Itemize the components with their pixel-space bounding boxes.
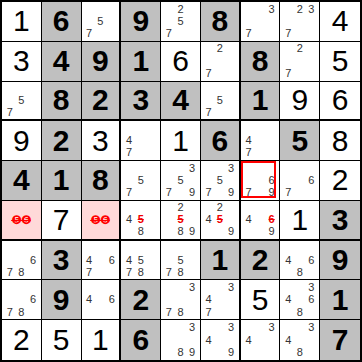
given-digit: 1 (320, 280, 360, 319)
candidate-5: 5 (175, 174, 187, 186)
solved-digit: 9 (2, 121, 41, 160)
cell-r7c4[interactable]: 4578 (121, 241, 161, 281)
cell-r4c6[interactable]: 6 (201, 121, 241, 161)
candidate-5: 5 (135, 174, 147, 186)
candidate-8: 8 (175, 306, 187, 318)
cell-r8c1[interactable]: 678 (2, 280, 42, 320)
candidate-7: 7 (243, 28, 255, 40)
given-digit: 6 (121, 320, 160, 360)
given-digit: 5 (280, 121, 319, 160)
cell-r5c3[interactable]: 8 (82, 161, 122, 201)
candidate-7: 7 (243, 147, 255, 159)
candidate-4: 4 (282, 334, 294, 347)
cell-r8c5[interactable]: 378 (161, 280, 201, 320)
solved-digit: 8 (320, 121, 360, 160)
given-digit: 1 (121, 42, 160, 81)
cell-r6c8[interactable]: 1 (280, 201, 320, 241)
pencil-marks: 47 (241, 121, 280, 160)
candidate-5: 5 (175, 15, 187, 27)
cell-r3c2[interactable]: 8 (42, 82, 82, 122)
candidate-3: 3 (266, 3, 278, 15)
cell-r3c6[interactable]: 57 (201, 82, 241, 122)
pencil-marks: 468 (280, 241, 319, 280)
pencil-marks: 3468 (280, 280, 319, 319)
candidate-9: 9 (186, 346, 198, 359)
pencil-marks: 27 (201, 42, 239, 81)
candidate-7: 7 (163, 266, 175, 278)
cell-r6c6[interactable]: 2459 (201, 201, 241, 241)
pencil-marks: 469 (241, 201, 280, 239)
given-digit: 2 (82, 82, 120, 120)
candidate-4: 4 (243, 135, 255, 147)
candidate-7: 7 (203, 187, 214, 199)
pencil-marks: 47 (121, 121, 160, 160)
given-digit: 9 (320, 241, 360, 280)
solved-digit: 1 (2, 2, 41, 41)
cell-r7c8[interactable]: 468 (280, 241, 320, 281)
candidate-5: 5 (214, 174, 225, 186)
candidate-9: 9 (225, 187, 236, 199)
given-digit: 6 (201, 121, 239, 160)
candidate-7: 7 (282, 28, 294, 40)
pencil-marks: 57 (2, 82, 41, 120)
cell-r9c5[interactable]: 389 (161, 320, 201, 360)
solved-digit: 2 (2, 320, 41, 360)
given-digit: 1 (42, 161, 81, 200)
cell-r5c7[interactable]: 679 (241, 161, 281, 201)
candidate-9: 9 (225, 226, 236, 238)
cell-r9c2[interactable]: 5 (42, 320, 82, 360)
solved-digit: 6 (320, 82, 360, 120)
cell-r2c9[interactable]: 5 (320, 42, 360, 82)
candidate-8: 8 (175, 346, 187, 359)
cell-r7c1[interactable]: 678 (2, 241, 42, 281)
candidate-3: 3 (225, 321, 236, 334)
candidate-5: 5 (135, 254, 147, 266)
cell-r6c7[interactable]: 469 (241, 201, 281, 241)
cell-r7c2[interactable]: 3 (42, 241, 82, 281)
given-digit: 4 (2, 161, 41, 200)
pencil-marks: 349 (201, 320, 239, 360)
cell-r2c7[interactable]: 8 (241, 42, 281, 82)
pencil-marks: 3579 (161, 161, 200, 200)
candidate-4: 4 (243, 334, 255, 347)
candidate-4: 4 (84, 254, 95, 266)
candidate-9: 9 (186, 187, 198, 199)
pencil-marks: 57 (82, 2, 120, 41)
candidate-6: 6 (106, 254, 117, 266)
cell-r2c5[interactable]: 6 (161, 42, 201, 82)
pair-digits-5-6-circled: ❺❻ (90, 214, 111, 226)
candidate-3: 3 (266, 321, 278, 334)
candidate-3: 3 (186, 162, 198, 174)
pencil-marks: 678 (2, 241, 41, 280)
cell-r1c2[interactable]: 6 (42, 2, 82, 42)
cell-r5c4[interactable]: 57 (121, 161, 161, 201)
candidate-4: 4 (282, 294, 294, 306)
given-digit: 4 (161, 82, 200, 120)
candidate-7: 7 (123, 187, 135, 199)
candidate-7: 7 (282, 67, 294, 79)
pencil-marks: 578 (161, 241, 200, 280)
candidate-5: 5 (175, 254, 187, 266)
candidate-4: 4 (203, 334, 214, 347)
given-digit: 1 (201, 241, 239, 280)
candidate-5: 5 (214, 94, 225, 106)
candidate-8: 8 (294, 346, 306, 359)
given-digit: 1 (241, 82, 280, 120)
naked-pair-cell-content: ❺❻ (82, 201, 120, 239)
pencil-marks: 467 (82, 241, 120, 280)
pencil-marks: 389 (161, 320, 200, 360)
candidate-8: 8 (135, 266, 147, 278)
given-digit: 4 (42, 42, 81, 81)
solved-digit: 1 (280, 201, 319, 239)
cell-r8c9[interactable]: 1 (320, 280, 360, 320)
given-digit: 2 (121, 280, 160, 319)
given-digit: 9 (121, 2, 160, 41)
cell-r2c2[interactable]: 4 (42, 42, 82, 82)
candidate-9: 9 (186, 226, 198, 238)
candidate-4: 4 (282, 254, 294, 266)
eliminated-candidate-5: 5 (214, 214, 225, 226)
eliminated-candidate-5: 5 (175, 214, 187, 226)
pencil-marks: 67 (280, 161, 319, 200)
cell-r9c7[interactable]: 34 (241, 320, 281, 360)
cell-r4c7[interactable]: 47 (241, 121, 281, 161)
candidate-8: 8 (16, 266, 28, 278)
cell-r9c8[interactable]: 348 (280, 320, 320, 360)
cell-r8c7[interactable]: 5 (241, 280, 281, 320)
given-digit: 8 (201, 2, 239, 41)
candidate-8: 8 (135, 226, 147, 238)
given-digit: 9 (42, 280, 81, 319)
candidate-7: 7 (243, 187, 255, 199)
candidate-9: 9 (266, 226, 278, 238)
cell-r1c4[interactable]: 9 (121, 2, 161, 42)
cell-r5c8[interactable]: 67 (280, 161, 320, 201)
cell-r3c3[interactable]: 2 (82, 82, 122, 122)
candidate-9: 9 (225, 346, 236, 359)
pencil-marks: 347 (201, 280, 239, 319)
pencil-marks: 3579 (201, 161, 239, 200)
candidate-3: 3 (186, 281, 198, 293)
pencil-marks: 348 (280, 320, 319, 360)
cell-r2c3[interactable]: 9 (82, 42, 122, 82)
solved-digit: 5 (320, 42, 360, 81)
naked-pair-cell-content: ❺❻ (2, 201, 41, 239)
cell-r6c5[interactable]: 2589 (161, 201, 201, 241)
candidate-7: 7 (282, 187, 294, 199)
given-digit: 2 (42, 121, 81, 160)
candidate-7: 7 (203, 306, 214, 318)
pencil-marks: 27 (280, 42, 319, 81)
pencil-marks: 458 (121, 201, 160, 239)
cell-r3c5[interactable]: 4 (161, 82, 201, 122)
solved-digit: 9 (280, 82, 319, 120)
solved-digit: 5 (42, 320, 81, 360)
given-digit: 8 (82, 161, 120, 200)
pencil-marks: 679 (241, 161, 280, 200)
solved-digit: 5 (241, 280, 280, 319)
candidate-3: 3 (225, 162, 236, 174)
given-digit: 8 (241, 42, 280, 81)
cell-r4c8[interactable]: 5 (280, 121, 320, 161)
cell-r4c2[interactable]: 2 (42, 121, 82, 161)
solved-digit: 6 (161, 42, 200, 81)
candidate-4: 4 (123, 254, 135, 266)
cell-r6c4[interactable]: 458 (121, 201, 161, 241)
cell-r7c3[interactable]: 467 (82, 241, 122, 281)
candidate-7: 7 (203, 67, 214, 79)
solved-digit: 1 (82, 320, 120, 360)
cell-r4c4[interactable]: 47 (121, 121, 161, 161)
cell-r3c1[interactable]: 57 (2, 82, 42, 122)
cell-r1c7[interactable]: 37 (241, 2, 281, 42)
cell-r2c6[interactable]: 27 (201, 42, 241, 82)
candidate-6: 6 (27, 294, 39, 306)
candidate-6: 6 (106, 294, 117, 306)
cell-r8c2[interactable]: 9 (42, 280, 82, 320)
pencil-marks: 237 (280, 2, 319, 41)
candidate-4: 4 (203, 294, 214, 306)
pencil-marks: 34 (241, 320, 280, 360)
candidate-7: 7 (123, 147, 135, 159)
given-digit: 8 (42, 82, 81, 120)
candidate-7: 7 (123, 266, 135, 278)
candidate-3: 3 (186, 321, 198, 334)
pencil-marks: 2459 (201, 201, 239, 239)
cell-r4c9[interactable]: 8 (320, 121, 360, 161)
candidate-6: 6 (27, 254, 39, 266)
solved-digit: 3 (2, 42, 41, 81)
candidate-4: 4 (123, 135, 135, 147)
solved-digit: 3 (82, 121, 120, 160)
given-digit: 3 (320, 201, 360, 239)
candidate-4: 4 (123, 214, 135, 226)
candidate-6: 6 (306, 254, 318, 266)
cell-r6c9[interactable]: 3 (320, 201, 360, 241)
candidate-3: 3 (306, 281, 318, 293)
pencil-marks: 37 (241, 2, 280, 41)
candidate-7: 7 (84, 266, 95, 278)
solved-digit: 7 (42, 201, 81, 239)
candidate-7: 7 (203, 106, 214, 118)
pencil-marks: 2589 (161, 201, 200, 239)
cell-r1c1[interactable]: 1 (2, 2, 42, 42)
candidate-3: 3 (225, 281, 236, 293)
cell-r5c2[interactable]: 1 (42, 161, 82, 201)
given-digit: 3 (42, 241, 81, 280)
candidate-3: 3 (306, 321, 318, 334)
pencil-marks: 4578 (121, 241, 160, 280)
eliminated-candidate-5: 5 (135, 214, 147, 226)
solved-digit: 1 (161, 121, 200, 160)
cell-r5c5[interactable]: 3579 (161, 161, 201, 201)
given-digit: 6 (42, 2, 81, 41)
cell-r8c6[interactable]: 347 (201, 280, 241, 320)
candidate-2: 2 (294, 43, 306, 55)
cell-r8c4[interactable]: 2 (121, 280, 161, 320)
pencil-marks: 378 (161, 280, 200, 319)
candidate-7: 7 (84, 28, 95, 40)
cell-r9c6[interactable]: 349 (201, 320, 241, 360)
cell-r7c9[interactable]: 9 (320, 241, 360, 281)
cell-r5c9[interactable]: 2 (320, 161, 360, 201)
candidate-2: 2 (214, 43, 225, 55)
candidate-3: 3 (306, 3, 318, 15)
cell-r2c1[interactable]: 3 (2, 42, 42, 82)
candidate-7: 7 (163, 187, 175, 199)
cell-r1c5[interactable]: 257 (161, 2, 201, 42)
pencil-marks: 257 (161, 2, 200, 41)
candidate-2: 2 (214, 202, 225, 214)
cell-r2c8[interactable]: 27 (280, 42, 320, 82)
cell-r9c4[interactable]: 6 (121, 320, 161, 360)
candidate-8: 8 (294, 266, 306, 278)
cell-r1c3[interactable]: 57 (82, 2, 122, 42)
cell-r4c1[interactable]: 9 (2, 121, 42, 161)
cell-r5c1[interactable]: 4 (2, 161, 42, 201)
candidate-8: 8 (16, 306, 28, 318)
cell-r8c8[interactable]: 3468 (280, 280, 320, 320)
candidate-7: 7 (4, 266, 16, 278)
cell-r1c6[interactable]: 8 (201, 2, 241, 42)
candidate-8: 8 (175, 226, 187, 238)
given-digit: 7 (320, 320, 360, 360)
solved-digit: 4 (320, 2, 360, 41)
eliminated-candidate-6: 6 (266, 214, 278, 226)
pencil-marks: 678 (2, 280, 41, 319)
cell-r4c5[interactable]: 1 (161, 121, 201, 161)
cell-r3c8[interactable]: 9 (280, 82, 320, 122)
cell-r3c7[interactable]: 1 (241, 82, 281, 122)
pencil-marks: 46 (82, 280, 120, 319)
given-digit: 2 (241, 241, 280, 280)
solved-digit: 2 (320, 161, 360, 200)
cell-r9c3[interactable]: 1 (82, 320, 122, 360)
cell-r6c1[interactable]: ❺❻ (2, 201, 42, 241)
candidate-6: 6 (266, 174, 278, 186)
candidate-5: 5 (95, 15, 106, 27)
candidate-9: 9 (266, 187, 278, 199)
candidate-4: 4 (84, 294, 95, 306)
cell-r7c7[interactable]: 2 (241, 241, 281, 281)
cell-r8c3[interactable]: 46 (82, 280, 122, 320)
candidate-4: 4 (203, 214, 214, 226)
cell-r3c4[interactable]: 3 (121, 82, 161, 122)
candidate-4: 4 (243, 214, 255, 226)
pencil-marks: 57 (121, 161, 160, 200)
candidate-5: 5 (16, 94, 28, 106)
cell-r2c4[interactable]: 1 (121, 42, 161, 82)
candidate-7: 7 (163, 306, 175, 318)
pair-digits-5-6-circled: ❺❻ (11, 214, 32, 226)
given-digit: 3 (121, 82, 160, 120)
cell-r6c3[interactable]: ❺❻ (82, 201, 122, 241)
candidate-2: 2 (294, 3, 306, 15)
candidate-7: 7 (4, 306, 16, 318)
candidate-6: 6 (306, 174, 318, 186)
candidate-2: 2 (175, 202, 187, 214)
candidate-6: 6 (306, 294, 318, 306)
candidate-7: 7 (4, 106, 16, 118)
given-digit: 9 (82, 42, 120, 81)
cell-r1c9[interactable]: 4 (320, 2, 360, 42)
sudoku-board: 1657925783723743491627827557823457196923… (0, 0, 362, 362)
cell-r6c2[interactable]: 7 (42, 201, 82, 241)
candidate-2: 2 (175, 3, 187, 15)
cell-r7c5[interactable]: 578 (161, 241, 201, 281)
candidate-7: 7 (163, 28, 175, 40)
cell-r5c6[interactable]: 3579 (201, 161, 241, 201)
cell-r4c3[interactable]: 3 (82, 121, 122, 161)
candidate-8: 8 (294, 306, 306, 318)
cell-r1c8[interactable]: 237 (280, 2, 320, 42)
candidate-8: 8 (175, 266, 187, 278)
cell-r9c1[interactable]: 2 (2, 320, 42, 360)
pencil-marks: 57 (201, 82, 239, 120)
cell-r3c9[interactable]: 6 (320, 82, 360, 122)
cell-r9c9[interactable]: 7 (320, 320, 360, 360)
cell-r7c6[interactable]: 1 (201, 241, 241, 281)
